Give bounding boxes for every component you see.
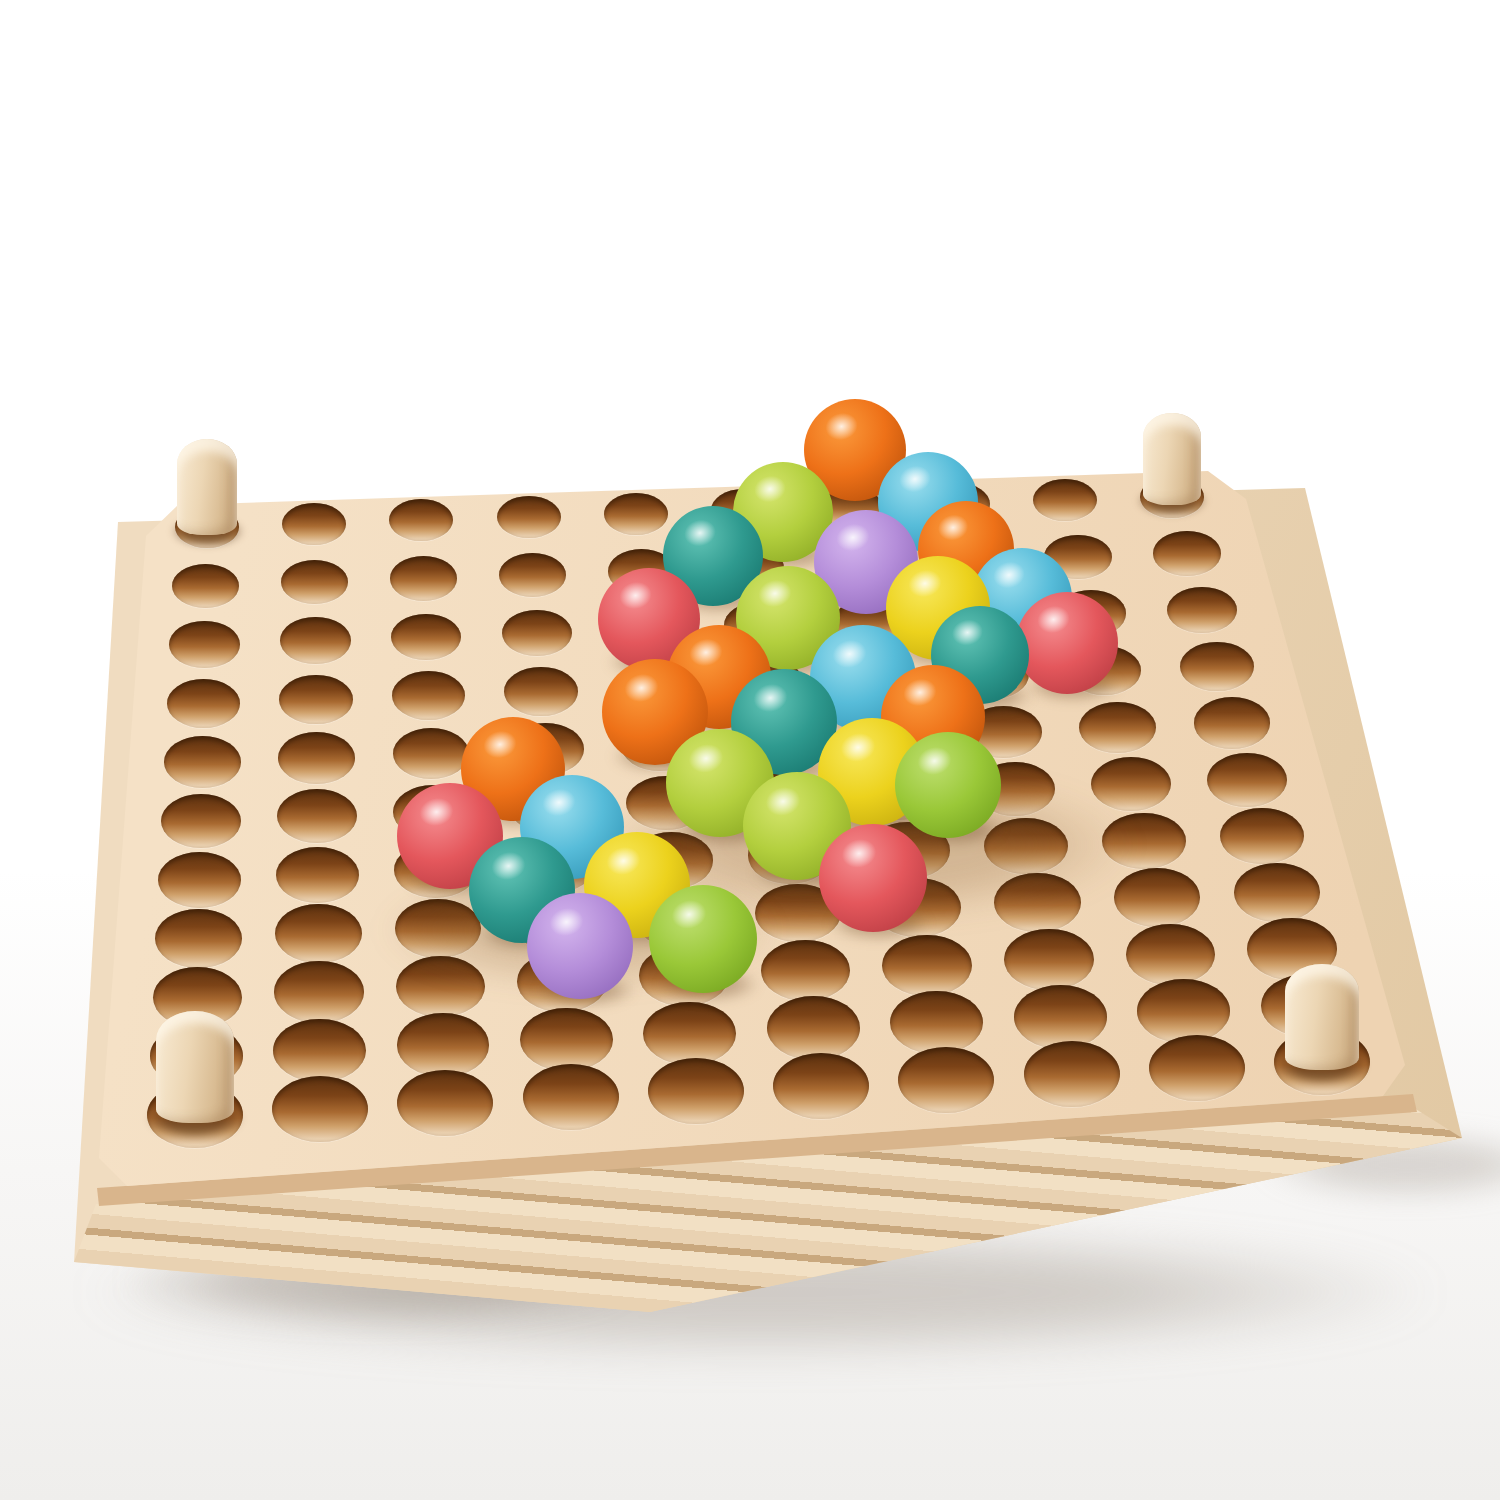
board-hole xyxy=(397,1013,490,1077)
board-hole xyxy=(274,961,364,1022)
corner-peg-bottom-left xyxy=(156,1011,234,1123)
board-hole xyxy=(279,675,353,724)
bead-board-photo xyxy=(0,0,1500,1500)
bead-highlight xyxy=(822,629,876,677)
bead-highlight xyxy=(889,456,940,502)
bead-highlight xyxy=(755,777,811,826)
board-hole xyxy=(1137,979,1230,1043)
board-hole xyxy=(167,679,241,728)
bead-highlight xyxy=(661,890,717,939)
bead-highlight xyxy=(831,829,887,878)
board-hole xyxy=(1207,753,1287,807)
board-hole xyxy=(278,732,355,784)
bead-highlight xyxy=(1028,596,1080,642)
bead-green-loose xyxy=(649,885,757,993)
board-hole xyxy=(276,847,359,903)
board-hole xyxy=(520,1008,613,1072)
board-hole xyxy=(523,1064,619,1130)
board-hole xyxy=(169,621,239,668)
board-hole xyxy=(164,736,241,788)
board-hole xyxy=(604,493,668,535)
board-hole xyxy=(280,617,350,664)
board-hole xyxy=(1014,985,1107,1049)
bead-red-pyramid xyxy=(1016,592,1118,694)
board-hole xyxy=(1167,587,1237,634)
board-hole xyxy=(1153,531,1220,575)
bead-highlight xyxy=(983,552,1034,598)
board-hole xyxy=(1149,1035,1245,1101)
bead-highlight xyxy=(539,897,593,945)
bead-green-pyramid xyxy=(895,732,1001,838)
bead-highlight xyxy=(898,560,951,607)
bead-highlight xyxy=(596,836,650,884)
bead-highlight xyxy=(929,505,978,549)
board-hole xyxy=(391,614,461,661)
bead-highlight xyxy=(816,403,868,449)
board-hole xyxy=(773,1053,869,1119)
bead-highlight xyxy=(893,669,946,716)
board-hole xyxy=(282,503,346,545)
bead-red-pyramid xyxy=(819,824,927,932)
bead-highlight xyxy=(678,734,734,783)
corner-peg-bottom-right xyxy=(1285,964,1359,1070)
board-hole xyxy=(497,496,561,538)
board-hole xyxy=(155,909,241,968)
board-hole xyxy=(172,564,239,608)
board-hole xyxy=(882,935,972,996)
bead-highlight xyxy=(748,570,801,617)
bead-highlight xyxy=(473,721,526,768)
board-hole xyxy=(1004,929,1094,990)
board-hole xyxy=(504,667,578,716)
board-hole xyxy=(1220,808,1303,864)
bead-highlight xyxy=(674,510,725,556)
board-hole xyxy=(1180,642,1254,691)
bead-highlight xyxy=(942,610,992,655)
corner-peg-top-right xyxy=(1143,413,1201,505)
board-hole xyxy=(1114,868,1200,927)
board-hole xyxy=(272,1076,368,1142)
bead-highlight xyxy=(409,787,463,835)
bead-highlight xyxy=(830,723,886,772)
board-hole xyxy=(1033,479,1097,521)
board-hole xyxy=(761,940,851,1001)
board-hole xyxy=(1126,924,1216,985)
bead-highlight xyxy=(532,779,585,826)
board-hole xyxy=(1079,702,1156,754)
board-hole xyxy=(392,671,466,720)
board-hole xyxy=(273,1019,366,1083)
board-hole xyxy=(890,991,983,1055)
board-hole xyxy=(1234,863,1320,922)
bead-highlight xyxy=(826,514,879,561)
corner-peg-top-left xyxy=(177,439,237,535)
bead-highlight xyxy=(614,663,668,711)
board-hole xyxy=(1024,1041,1120,1107)
board-hole xyxy=(390,556,457,600)
bead-purple-loose xyxy=(527,893,633,999)
bead-highlight xyxy=(907,736,961,784)
bead-highlight xyxy=(743,673,797,721)
board-hole xyxy=(1091,757,1171,811)
board-hole xyxy=(275,904,361,963)
board-hole xyxy=(648,1058,744,1124)
board-hole xyxy=(158,852,241,908)
board-hole xyxy=(1194,697,1271,749)
bead-highlight xyxy=(610,572,662,618)
bead-highlight xyxy=(744,466,795,512)
board-hole xyxy=(898,1047,994,1113)
board-hole xyxy=(161,794,241,848)
bead-highlight xyxy=(481,841,535,889)
board-hole xyxy=(767,996,860,1060)
